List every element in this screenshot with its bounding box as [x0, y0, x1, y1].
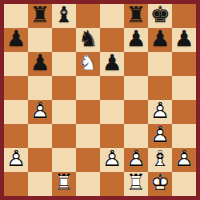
square-b3[interactable] [28, 124, 52, 148]
square-b4[interactable]: ♟♙ [28, 100, 52, 124]
square-h2[interactable]: ♟♙ [172, 148, 196, 172]
piece-white-pawn[interactable]: ♟♙ [148, 124, 172, 148]
square-a7[interactable]: ♟ [4, 28, 28, 52]
square-f4[interactable] [124, 100, 148, 124]
square-d4[interactable] [76, 100, 100, 124]
square-e1[interactable] [100, 172, 124, 196]
square-b7[interactable] [28, 28, 52, 52]
square-e5[interactable] [100, 76, 124, 100]
square-e3[interactable] [100, 124, 124, 148]
square-g2[interactable]: ♝♗ [148, 148, 172, 172]
square-a8[interactable] [4, 4, 28, 28]
square-d2[interactable] [76, 148, 100, 172]
square-f1[interactable]: ♜♖ [124, 172, 148, 196]
square-h5[interactable] [172, 76, 196, 100]
piece-black-pawn[interactable]: ♟ [4, 28, 28, 52]
square-b5[interactable] [28, 76, 52, 100]
piece-black-pawn[interactable]: ♟ [28, 52, 52, 76]
square-f6[interactable] [124, 52, 148, 76]
chess-board: ♜♝♜♚♟♞♟♟♟♟♞♘♟♟♙♟♙♟♙♟♙♟♙♟♙♝♗♟♙♜♖♜♖♚♔ [4, 4, 196, 196]
square-a5[interactable] [4, 76, 28, 100]
square-a2[interactable]: ♟♙ [4, 148, 28, 172]
pawn-outline-glyph: ♙ [30, 100, 50, 122]
square-a1[interactable] [4, 172, 28, 196]
square-h4[interactable] [172, 100, 196, 124]
piece-white-king[interactable]: ♚♔ [148, 172, 172, 196]
king-glyph: ♚ [150, 4, 170, 26]
pawn-glyph: ♟ [30, 52, 50, 74]
square-e7[interactable] [100, 28, 124, 52]
pawn-outline-glyph: ♙ [102, 148, 122, 170]
square-a4[interactable] [4, 100, 28, 124]
piece-white-pawn[interactable]: ♟♙ [172, 148, 196, 172]
pawn-glyph: ♟ [126, 28, 146, 50]
square-d7[interactable]: ♞ [76, 28, 100, 52]
square-f5[interactable] [124, 76, 148, 100]
square-b2[interactable] [28, 148, 52, 172]
rook-outline-glyph: ♖ [54, 172, 74, 194]
piece-white-pawn[interactable]: ♟♙ [100, 148, 124, 172]
piece-white-pawn[interactable]: ♟♙ [148, 100, 172, 124]
square-g3[interactable]: ♟♙ [148, 124, 172, 148]
square-g5[interactable] [148, 76, 172, 100]
piece-white-rook[interactable]: ♜♖ [124, 172, 148, 196]
square-d8[interactable] [76, 4, 100, 28]
square-c2[interactable] [52, 148, 76, 172]
square-g7[interactable]: ♟ [148, 28, 172, 52]
piece-white-pawn[interactable]: ♟♙ [28, 100, 52, 124]
square-c5[interactable] [52, 76, 76, 100]
square-e4[interactable] [100, 100, 124, 124]
knight-outline-glyph: ♘ [78, 52, 98, 74]
square-c3[interactable] [52, 124, 76, 148]
pawn-glyph: ♟ [102, 52, 122, 74]
chess-board-frame: ♜♝♜♚♟♞♟♟♟♟♞♘♟♟♙♟♙♟♙♟♙♟♙♟♙♝♗♟♙♜♖♜♖♚♔ [0, 0, 200, 200]
square-h1[interactable] [172, 172, 196, 196]
square-d6[interactable]: ♞♘ [76, 52, 100, 76]
bishop-outline-glyph: ♗ [150, 148, 170, 170]
square-g8[interactable]: ♚ [148, 4, 172, 28]
square-f2[interactable]: ♟♙ [124, 148, 148, 172]
rook-glyph: ♜ [126, 4, 146, 26]
pawn-glyph: ♟ [6, 28, 26, 50]
square-f3[interactable] [124, 124, 148, 148]
square-d1[interactable] [76, 172, 100, 196]
pawn-glyph: ♟ [150, 28, 170, 50]
square-g4[interactable]: ♟♙ [148, 100, 172, 124]
square-f8[interactable]: ♜ [124, 4, 148, 28]
king-outline-glyph: ♔ [150, 172, 170, 194]
square-c6[interactable] [52, 52, 76, 76]
piece-black-king[interactable]: ♚ [148, 4, 172, 28]
rook-glyph: ♜ [30, 4, 50, 26]
rook-outline-glyph: ♖ [126, 172, 146, 194]
pawn-outline-glyph: ♙ [6, 148, 26, 170]
square-b1[interactable] [28, 172, 52, 196]
bishop-glyph: ♝ [54, 4, 74, 26]
piece-white-pawn[interactable]: ♟♙ [4, 148, 28, 172]
square-g1[interactable]: ♚♔ [148, 172, 172, 196]
piece-black-pawn[interactable]: ♟ [172, 28, 196, 52]
piece-black-pawn[interactable]: ♟ [124, 28, 148, 52]
pawn-outline-glyph: ♙ [126, 148, 146, 170]
pawn-outline-glyph: ♙ [174, 148, 194, 170]
square-c8[interactable]: ♝ [52, 4, 76, 28]
square-d5[interactable] [76, 76, 100, 100]
pawn-outline-glyph: ♙ [150, 124, 170, 146]
square-g6[interactable] [148, 52, 172, 76]
square-c1[interactable]: ♜♖ [52, 172, 76, 196]
piece-black-rook[interactable]: ♜ [124, 4, 148, 28]
square-f7[interactable]: ♟ [124, 28, 148, 52]
knight-glyph: ♞ [78, 28, 98, 50]
piece-black-bishop[interactable]: ♝ [52, 4, 76, 28]
piece-white-bishop[interactable]: ♝♗ [148, 148, 172, 172]
piece-white-pawn[interactable]: ♟♙ [124, 148, 148, 172]
square-d3[interactable] [76, 124, 100, 148]
piece-white-knight[interactable]: ♞♘ [76, 52, 100, 76]
piece-black-rook[interactable]: ♜ [28, 4, 52, 28]
piece-black-pawn[interactable]: ♟ [148, 28, 172, 52]
square-h3[interactable] [172, 124, 196, 148]
piece-white-rook[interactable]: ♜♖ [52, 172, 76, 196]
square-c4[interactable] [52, 100, 76, 124]
square-e6[interactable]: ♟ [100, 52, 124, 76]
square-b8[interactable]: ♜ [28, 4, 52, 28]
pawn-glyph: ♟ [174, 28, 194, 50]
square-a6[interactable] [4, 52, 28, 76]
pawn-outline-glyph: ♙ [150, 100, 170, 122]
square-h8[interactable] [172, 4, 196, 28]
square-a3[interactable] [4, 124, 28, 148]
square-c7[interactable] [52, 28, 76, 52]
square-e2[interactable]: ♟♙ [100, 148, 124, 172]
piece-black-knight[interactable]: ♞ [76, 28, 100, 52]
square-h6[interactable] [172, 52, 196, 76]
piece-black-pawn[interactable]: ♟ [100, 52, 124, 76]
square-e8[interactable] [100, 4, 124, 28]
square-h7[interactable]: ♟ [172, 28, 196, 52]
square-b6[interactable]: ♟ [28, 52, 52, 76]
